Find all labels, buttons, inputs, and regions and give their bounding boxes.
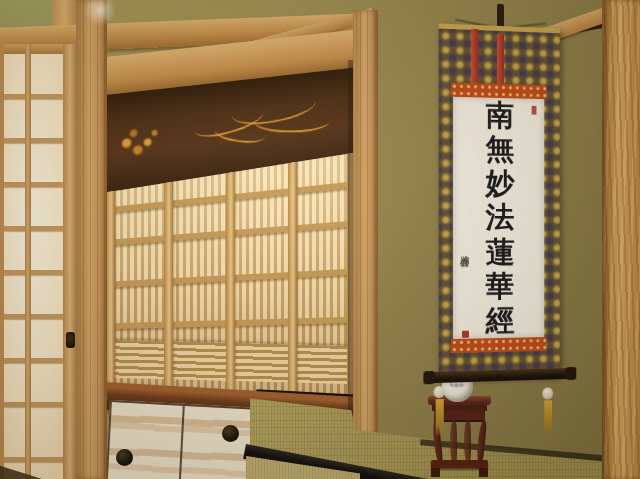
- calligraphy-character: 法: [486, 203, 515, 232]
- window-stile: [164, 150, 173, 400]
- tassel-fringe: [544, 400, 552, 436]
- scroll-hanging-cord: [497, 4, 504, 28]
- calligraphy-character: 南: [486, 101, 515, 131]
- tassel-ball: [542, 387, 553, 399]
- cabinet-door-handle: [222, 425, 239, 442]
- cabinet-door-handle: [116, 449, 133, 466]
- shoji-middle-stile: [25, 44, 31, 479]
- wood-grain-pillar: [602, 0, 640, 479]
- corner-seal: [532, 106, 537, 115]
- stand-foot: [479, 468, 488, 477]
- scroll-tassel-weight: [434, 386, 445, 436]
- shoji-left-stile: [0, 44, 4, 479]
- scroll-roller-end: [566, 367, 577, 380]
- japanese-room-photo: 南 無 妙 法 蓮 華 經 雅心謹書: [0, 0, 640, 479]
- scroll-futai-ribbon: [471, 29, 478, 88]
- scroll-tassel-weight: [542, 387, 553, 436]
- scroll-paper-panel: 南 無 妙 法 蓮 華 經 雅心謹書: [453, 97, 544, 339]
- calligraphy-column: 南 無 妙 法 蓮 華 經: [479, 100, 521, 335]
- light-glare-spot: [84, 0, 116, 26]
- cabinet: [106, 400, 260, 479]
- tassel-ball: [434, 386, 445, 399]
- calligraphy-character: 華: [486, 272, 515, 301]
- wood-post-left: [76, 0, 107, 479]
- scroll-roller-end: [423, 371, 434, 385]
- calligraphy-character: 無: [486, 135, 515, 164]
- calligraphy-character: 妙: [486, 169, 515, 198]
- transom-carving-vine: [194, 79, 344, 158]
- scroll-ichimonji-bottom: [451, 337, 546, 353]
- shoji-right-stile: [63, 44, 77, 479]
- signature-seal: [462, 331, 469, 338]
- transom-carving-grapes: [114, 110, 184, 166]
- wood-post-alcove-right: [353, 10, 378, 434]
- scroll-signature: 雅心謹書: [458, 248, 471, 331]
- shoji-handle-recess: [66, 332, 75, 348]
- hanging-scroll: 南 無 妙 法 蓮 華 經 雅心謹書: [437, 1, 564, 453]
- window-stile: [226, 150, 235, 400]
- cabinet-sliding-door-left: [105, 400, 187, 479]
- tassel-fringe: [435, 399, 443, 436]
- window-stile: [288, 150, 297, 400]
- stand-foot: [431, 468, 440, 477]
- calligraphy-character: 蓮: [486, 238, 515, 267]
- shoji-door: [0, 44, 77, 479]
- calligraphy-character: 經: [486, 306, 515, 336]
- stand-base-shelf: [431, 460, 488, 468]
- slatted-shoji-window: [106, 150, 356, 400]
